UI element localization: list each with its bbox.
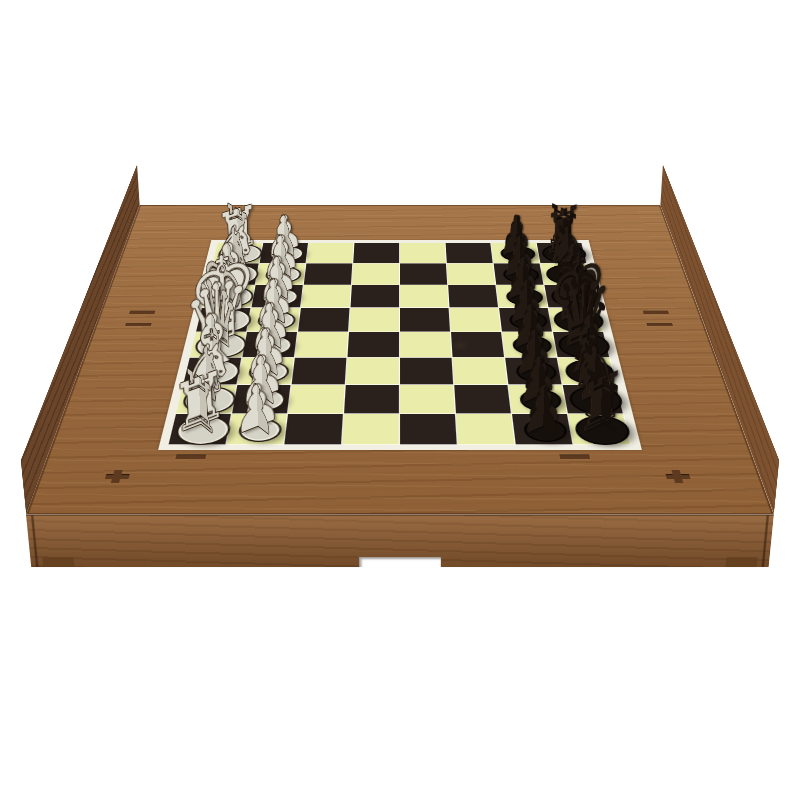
joint-tab: [42, 557, 74, 567]
chess-box: ♜♜♜♜♟♟♟♟♞♞♞♞♟♟♟♟♝♝♝♝♟♟♟♟♚♚♚♚♟♟♟♟♛♛♛♛♟♟♟♟…: [26, 205, 774, 515]
board-square: [349, 308, 400, 332]
board-square: [400, 285, 450, 308]
box-front-panel: [26, 514, 774, 567]
tenon-slot: [643, 311, 669, 314]
product-photo: ♜♜♜♜♟♟♟♟♞♞♞♞♟♟♟♟♝♝♝♝♟♟♟♟♚♚♚♚♟♟♟♟♛♛♛♛♟♟♟♟…: [0, 0, 800, 800]
tenon-slot: [125, 323, 152, 326]
board-square: [350, 285, 400, 308]
corner-seam: [762, 515, 769, 567]
board-square: [447, 263, 496, 285]
tenon-slot: [646, 323, 673, 326]
board-square: [353, 243, 400, 263]
finger-pull-notch: [359, 557, 441, 567]
board-square: [400, 263, 448, 285]
corner-seam: [31, 515, 38, 567]
tenon-slot: [129, 311, 155, 314]
board-square: [400, 243, 447, 263]
joint-tab: [726, 557, 758, 567]
board-square: [304, 263, 353, 285]
board-square: [400, 308, 451, 332]
board-square: [352, 263, 400, 285]
